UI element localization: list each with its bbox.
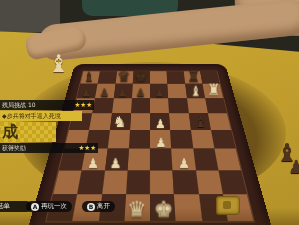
square-b8[interactable] xyxy=(98,71,117,84)
square-e8[interactable] xyxy=(150,71,167,84)
result-label: 获得奖励 xyxy=(2,144,79,153)
table-edge-shade xyxy=(0,208,299,225)
game-scene: ♝♛♚♜♟♟♟♟♟♝♜♞♟♝♟♟♟♟♛♚ ♝ ♝ ♟ 残局挑战 10 ★★★ ◆… xyxy=(0,0,299,225)
objective-text: ◆步兵将对手逼入死境 xyxy=(2,112,61,121)
black-k-d8: ♚ xyxy=(135,69,148,84)
square-c4[interactable] xyxy=(107,130,130,149)
square-c6[interactable] xyxy=(112,98,132,113)
square-f7[interactable] xyxy=(167,84,186,98)
square-h2[interactable] xyxy=(218,170,247,194)
square-c2[interactable] xyxy=(102,170,128,194)
objective-band: ◆步兵将对手逼入死境 xyxy=(0,111,82,121)
square-b6[interactable] xyxy=(92,98,113,113)
square-d5[interactable] xyxy=(130,113,150,130)
challenge-title: 残局挑战 10 xyxy=(2,101,75,110)
square-e4[interactable]: ♟ xyxy=(150,130,171,149)
square-b7[interactable]: ♟ xyxy=(95,84,115,98)
black-p-c7: ♟ xyxy=(118,87,128,98)
white-p-e5: ♟ xyxy=(155,118,166,130)
white-p-c3: ♟ xyxy=(110,157,122,170)
square-h4[interactable] xyxy=(211,130,236,149)
black-p-b7: ♟ xyxy=(99,87,109,98)
square-d2[interactable] xyxy=(126,170,150,194)
square-g5[interactable]: ♝ xyxy=(188,113,210,130)
square-e2[interactable] xyxy=(150,170,174,194)
square-f6[interactable] xyxy=(168,98,188,113)
square-h3[interactable] xyxy=(214,149,241,170)
difficulty-stars: ★★★ xyxy=(75,101,92,109)
white-p-b3: ♟ xyxy=(87,157,99,170)
white-p-e4: ♟ xyxy=(155,136,166,149)
black-p-e7: ♟ xyxy=(154,87,164,98)
black-r-g8: ♜ xyxy=(187,69,200,84)
square-c5[interactable]: ♞ xyxy=(110,113,131,130)
square-c7[interactable]: ♟ xyxy=(113,84,132,98)
black-p-a7: ♟ xyxy=(81,87,91,98)
square-e6[interactable] xyxy=(150,98,169,113)
captured-white-bishop: ♝ xyxy=(48,52,70,76)
square-d8[interactable]: ♚ xyxy=(133,71,150,84)
achieved-stamp: 达成 xyxy=(0,122,56,142)
square-f4[interactable] xyxy=(170,130,193,149)
square-b2[interactable] xyxy=(77,170,104,194)
captured-black-pawn: ♟ xyxy=(288,158,299,176)
square-d6[interactable] xyxy=(131,98,150,113)
square-f8[interactable] xyxy=(167,71,185,84)
square-d7[interactable]: ♟ xyxy=(132,84,150,98)
white-r-h7: ♜ xyxy=(207,82,221,97)
challenge-title-band: 残局挑战 10 ★★★ xyxy=(0,100,94,110)
white-b-g7: ♝ xyxy=(190,84,202,98)
square-e3[interactable] xyxy=(150,149,173,170)
square-c8[interactable]: ♛ xyxy=(115,71,133,84)
square-f5[interactable] xyxy=(169,113,190,130)
square-d3[interactable] xyxy=(127,149,150,170)
square-b5[interactable] xyxy=(89,113,111,130)
square-h7[interactable]: ♜ xyxy=(202,84,223,98)
square-e5[interactable]: ♟ xyxy=(150,113,170,130)
black-b-a8: ♝ xyxy=(83,71,95,84)
white-p-f3: ♟ xyxy=(178,157,190,170)
black-q-c8: ♛ xyxy=(117,69,130,84)
square-e7[interactable]: ♟ xyxy=(150,84,168,98)
square-d4[interactable] xyxy=(129,130,150,149)
square-f2[interactable] xyxy=(173,170,199,194)
achieved-stamp-text: 达成 xyxy=(0,122,19,142)
black-p-d7: ♟ xyxy=(136,87,146,98)
square-h6[interactable] xyxy=(205,98,227,113)
black-b-g5: ♝ xyxy=(194,115,207,130)
result-band: 获得奖励 ★★★ xyxy=(0,143,98,153)
white-n-c5: ♞ xyxy=(113,115,126,130)
square-c3[interactable]: ♟ xyxy=(105,149,129,170)
square-h5[interactable] xyxy=(208,113,231,130)
result-stars: ★★★ xyxy=(79,144,96,152)
square-h8[interactable] xyxy=(200,71,220,84)
square-f3[interactable]: ♟ xyxy=(171,149,195,170)
